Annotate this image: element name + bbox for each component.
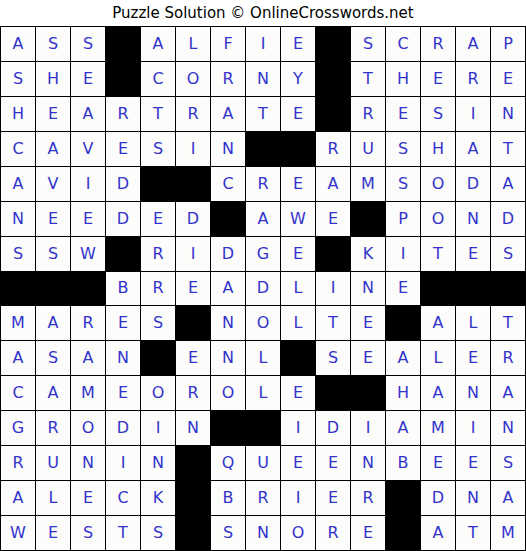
cell-letter: R xyxy=(467,71,478,87)
cell-letter: W xyxy=(80,246,96,262)
letter-cell: R xyxy=(106,97,140,131)
cell-letter: E xyxy=(433,455,443,471)
letter-cell: O xyxy=(281,516,315,550)
letter-cell: O xyxy=(141,376,175,410)
letter-cell: S xyxy=(36,341,70,375)
letter-cell: I xyxy=(176,132,210,166)
letter-cell: A xyxy=(36,132,70,166)
cell-letter: S xyxy=(328,350,338,366)
letter-cell: R xyxy=(316,516,350,550)
letter-cell: W xyxy=(1,516,35,550)
letter-cell: L xyxy=(281,306,315,340)
letter-cell: L xyxy=(281,272,315,306)
cell-letter: N xyxy=(467,211,479,227)
cell-letter: E xyxy=(48,525,58,541)
cell-letter: N xyxy=(362,455,374,471)
cell-letter: O xyxy=(187,71,200,87)
letter-cell: N xyxy=(71,446,105,480)
letter-cell: E xyxy=(456,446,490,480)
letter-cell: E xyxy=(106,132,140,166)
letter-cell: I xyxy=(351,411,385,445)
letter-cell: N xyxy=(211,132,245,166)
letter-cell: C xyxy=(1,376,35,410)
cell-letter: D xyxy=(117,420,129,436)
cell-letter: I xyxy=(296,420,301,436)
letter-cell: O xyxy=(246,306,280,340)
letter-cell: E xyxy=(421,446,455,480)
letter-cell: S xyxy=(36,27,70,61)
black-cell xyxy=(386,481,420,515)
cell-letter: R xyxy=(117,106,128,122)
letter-cell: E xyxy=(106,376,140,410)
letter-cell: L xyxy=(36,481,70,515)
cell-letter: E xyxy=(118,315,128,331)
page-title: Puzzle Solution © OnlineCrosswords.net xyxy=(112,4,413,22)
cell-letter: B xyxy=(118,280,129,296)
cell-letter: R xyxy=(362,490,373,506)
cell-letter: R xyxy=(152,280,163,296)
letter-cell: Q xyxy=(211,446,245,480)
cell-letter: V xyxy=(48,176,59,192)
title-bar: Puzzle Solution © OnlineCrosswords.net xyxy=(0,0,526,26)
cell-letter: L xyxy=(189,36,198,52)
letter-cell: N xyxy=(141,446,175,480)
black-cell xyxy=(211,411,245,445)
letter-cell: N xyxy=(176,411,210,445)
cell-letter: N xyxy=(362,280,374,296)
letter-cell: M xyxy=(491,516,525,550)
cell-letter: L xyxy=(294,315,303,331)
cell-letter: B xyxy=(398,455,409,471)
cell-letter: G xyxy=(257,246,269,262)
letter-cell: E xyxy=(491,62,525,96)
letter-cell: G xyxy=(1,411,35,445)
cell-letter: B xyxy=(223,490,234,506)
letter-cell: M xyxy=(71,376,105,410)
letter-cell: W xyxy=(281,202,315,236)
black-cell xyxy=(491,272,525,306)
cell-letter: T xyxy=(433,246,443,262)
letter-cell: E xyxy=(351,341,385,375)
letter-cell: H xyxy=(386,376,420,410)
letter-cell: M xyxy=(421,411,455,445)
letter-cell: R xyxy=(71,306,105,340)
letter-cell: Y xyxy=(281,62,315,96)
letter-cell: E xyxy=(281,237,315,271)
letter-cell: R xyxy=(246,481,280,515)
letter-cell: A xyxy=(491,481,525,515)
cell-letter: A xyxy=(503,490,514,506)
cell-letter: E xyxy=(468,246,478,262)
cell-letter: E xyxy=(293,36,303,52)
black-cell xyxy=(176,516,210,550)
letter-cell: P xyxy=(491,27,525,61)
letter-cell: S xyxy=(491,446,525,480)
black-cell xyxy=(246,411,280,445)
black-cell xyxy=(316,97,350,131)
cell-letter: E xyxy=(433,71,443,87)
cell-letter: E xyxy=(293,385,303,401)
letter-cell: R xyxy=(36,411,70,445)
letter-cell: A xyxy=(71,97,105,131)
cell-letter: S xyxy=(48,350,58,366)
letter-cell: R xyxy=(176,376,210,410)
black-cell xyxy=(106,237,140,271)
letter-cell: D xyxy=(106,167,140,201)
letter-cell: D xyxy=(106,202,140,236)
letter-cell: E xyxy=(36,516,70,550)
cell-letter: E xyxy=(118,141,128,157)
cell-letter: R xyxy=(327,525,338,541)
cell-letter: A xyxy=(433,315,444,331)
letter-cell: R xyxy=(246,167,280,201)
cell-letter: R xyxy=(432,36,443,52)
cell-letter: A xyxy=(83,350,94,366)
cell-letter: S xyxy=(363,36,373,52)
cell-letter: E xyxy=(328,211,338,227)
cell-letter: D xyxy=(467,176,479,192)
letter-cell: I xyxy=(176,237,210,271)
cell-letter: O xyxy=(222,385,235,401)
cell-letter: W xyxy=(10,525,26,541)
cell-letter: E xyxy=(468,350,478,366)
cell-letter: R xyxy=(47,420,58,436)
cell-letter: C xyxy=(12,385,23,401)
letter-cell: R xyxy=(141,272,175,306)
letter-cell: E xyxy=(281,446,315,480)
black-cell xyxy=(71,272,105,306)
cell-letter: Q xyxy=(222,455,235,471)
cell-letter: H xyxy=(12,106,24,122)
cell-letter: A xyxy=(48,385,59,401)
letter-cell: O xyxy=(176,62,210,96)
cell-letter: P xyxy=(503,36,513,52)
cell-letter: D xyxy=(257,280,269,296)
letter-cell: I xyxy=(281,411,315,445)
cell-letter: E xyxy=(468,455,478,471)
cell-letter: A xyxy=(468,141,479,157)
letter-cell: I xyxy=(386,237,420,271)
letter-cell: C xyxy=(386,27,420,61)
letter-cell: D xyxy=(491,202,525,236)
cell-letter: T xyxy=(118,525,128,541)
letter-cell: L xyxy=(176,27,210,61)
letter-cell: E xyxy=(36,97,70,131)
cell-letter: C xyxy=(222,176,233,192)
cell-letter: E xyxy=(83,71,93,87)
cell-letter: S xyxy=(48,36,58,52)
letter-cell: A xyxy=(246,202,280,236)
black-cell xyxy=(141,341,175,375)
letter-cell: A xyxy=(386,341,420,375)
cell-letter: A xyxy=(13,176,24,192)
cell-letter: S xyxy=(433,106,443,122)
cell-letter: E xyxy=(48,106,58,122)
cell-letter: L xyxy=(259,385,268,401)
cell-letter: S xyxy=(83,525,93,541)
cell-letter: L xyxy=(469,315,478,331)
letter-cell: N xyxy=(456,376,490,410)
letter-cell: N xyxy=(211,306,245,340)
letter-cell: R xyxy=(421,27,455,61)
black-cell xyxy=(1,272,35,306)
letter-cell: N xyxy=(456,481,490,515)
letter-cell: N xyxy=(351,272,385,306)
cell-letter: R xyxy=(187,106,198,122)
black-cell xyxy=(456,272,490,306)
letter-cell: A xyxy=(1,481,35,515)
letter-cell: E xyxy=(106,306,140,340)
cell-letter: I xyxy=(366,420,371,436)
cell-letter: E xyxy=(293,246,303,262)
letter-cell: F xyxy=(211,27,245,61)
black-cell xyxy=(316,376,350,410)
cell-letter: E xyxy=(188,350,198,366)
letter-cell: H xyxy=(36,62,70,96)
letter-cell: E xyxy=(141,202,175,236)
letter-cell: E xyxy=(281,27,315,61)
letter-cell: E xyxy=(71,481,105,515)
letter-cell: S xyxy=(71,27,105,61)
cell-letter: A xyxy=(328,176,339,192)
cell-letter: O xyxy=(292,525,305,541)
letter-cell: E xyxy=(456,341,490,375)
cell-letter: I xyxy=(191,141,196,157)
cell-letter: E xyxy=(188,280,198,296)
cell-letter: K xyxy=(363,246,374,262)
letter-cell: E xyxy=(71,62,105,96)
cell-letter: R xyxy=(257,176,268,192)
cell-letter: N xyxy=(152,455,164,471)
cell-letter: A xyxy=(433,385,444,401)
cell-letter: R xyxy=(82,315,93,331)
letter-cell: D xyxy=(316,411,350,445)
cell-letter: P xyxy=(398,211,408,227)
black-cell xyxy=(36,272,70,306)
cell-letter: H xyxy=(397,385,409,401)
cell-letter: R xyxy=(257,490,268,506)
cell-letter: S xyxy=(48,246,58,262)
letter-cell: E xyxy=(316,446,350,480)
cell-letter: A xyxy=(13,490,24,506)
crossword-solution-page: Puzzle Solution © OnlineCrosswords.net A… xyxy=(0,0,526,551)
cell-letter: A xyxy=(48,315,59,331)
letter-cell: M xyxy=(1,306,35,340)
letter-cell: S xyxy=(351,27,385,61)
letter-cell: L xyxy=(421,341,455,375)
cell-letter: U xyxy=(47,455,59,471)
letter-cell: O xyxy=(211,376,245,410)
letter-cell: H xyxy=(386,62,420,96)
letter-cell: N xyxy=(456,202,490,236)
letter-cell: T xyxy=(421,237,455,271)
black-cell xyxy=(351,202,385,236)
letter-cell: A xyxy=(491,167,525,201)
black-cell xyxy=(176,306,210,340)
black-cell xyxy=(176,446,210,480)
letter-cell: T xyxy=(491,306,525,340)
letter-cell: N xyxy=(211,341,245,375)
cell-letter: O xyxy=(257,315,270,331)
letter-cell: N xyxy=(246,516,280,550)
black-cell xyxy=(386,306,420,340)
letter-cell: T xyxy=(106,516,140,550)
cell-letter: S xyxy=(503,455,513,471)
cell-letter: R xyxy=(362,106,373,122)
letter-cell: H xyxy=(1,97,35,131)
cell-letter: R xyxy=(327,141,338,157)
letter-cell: T xyxy=(456,516,490,550)
cell-letter: N xyxy=(257,71,269,87)
cell-letter: O xyxy=(432,211,445,227)
cell-letter: U xyxy=(362,141,374,157)
letter-cell: A xyxy=(71,341,105,375)
letter-cell: I xyxy=(106,446,140,480)
cell-letter: M xyxy=(81,385,95,401)
letter-cell: E xyxy=(316,481,350,515)
letter-cell: R xyxy=(141,237,175,271)
cell-letter: N xyxy=(257,525,269,541)
cell-letter: D xyxy=(187,211,199,227)
cell-letter: E xyxy=(398,280,408,296)
letter-cell: R xyxy=(351,97,385,131)
cell-letter: I xyxy=(296,490,301,506)
letter-cell: S xyxy=(71,516,105,550)
cell-letter: D xyxy=(502,211,514,227)
cell-letter: M xyxy=(11,315,25,331)
cell-letter: C xyxy=(12,141,23,157)
cell-letter: I xyxy=(156,420,161,436)
letter-cell: D xyxy=(421,481,455,515)
cell-letter: R xyxy=(152,246,163,262)
letter-cell: R xyxy=(456,62,490,96)
cell-letter: D xyxy=(327,420,339,436)
black-cell xyxy=(141,167,175,201)
letter-cell: S xyxy=(1,62,35,96)
cell-letter: F xyxy=(223,36,232,52)
cell-letter: T xyxy=(328,315,338,331)
cell-letter: A xyxy=(258,211,269,227)
letter-cell: A xyxy=(36,306,70,340)
letter-cell: S xyxy=(211,516,245,550)
letter-cell: V xyxy=(71,132,105,166)
cell-letter: A xyxy=(468,36,479,52)
cell-letter: N xyxy=(222,315,234,331)
black-cell xyxy=(421,272,455,306)
letter-cell: T xyxy=(351,62,385,96)
letter-cell: E xyxy=(176,272,210,306)
letter-cell: A xyxy=(211,97,245,131)
letter-cell: C xyxy=(1,132,35,166)
cell-letter: I xyxy=(86,176,91,192)
letter-cell: T xyxy=(491,132,525,166)
letter-cell: R xyxy=(1,446,35,480)
cell-letter: T xyxy=(503,315,513,331)
letter-cell: A xyxy=(491,376,525,410)
letter-cell: S xyxy=(316,341,350,375)
letter-cell: W xyxy=(71,237,105,271)
letter-cell: K xyxy=(351,237,385,271)
letter-cell: L xyxy=(456,306,490,340)
cell-letter: D xyxy=(117,211,129,227)
letter-cell: E xyxy=(351,516,385,550)
letter-cell: A xyxy=(1,341,35,375)
black-cell xyxy=(176,167,210,201)
black-cell xyxy=(106,62,140,96)
letter-cell: U xyxy=(36,446,70,480)
letter-cell: C xyxy=(106,481,140,515)
letter-cell: A xyxy=(456,132,490,166)
cell-letter: O xyxy=(152,385,165,401)
letter-cell: A xyxy=(1,27,35,61)
cell-letter: A xyxy=(398,420,409,436)
cell-letter: N xyxy=(502,420,514,436)
letter-cell: S xyxy=(141,516,175,550)
cell-letter: T xyxy=(503,141,513,157)
cell-letter: O xyxy=(432,176,445,192)
cell-letter: E xyxy=(503,71,513,87)
cell-letter: N xyxy=(12,211,24,227)
cell-letter: I xyxy=(121,455,126,471)
letter-cell: I xyxy=(246,27,280,61)
letter-cell: D xyxy=(211,237,245,271)
letter-cell: R xyxy=(211,62,245,96)
cell-letter: I xyxy=(331,280,336,296)
letter-cell: A xyxy=(421,516,455,550)
letter-cell: S xyxy=(491,237,525,271)
cell-letter: N xyxy=(222,350,234,366)
cell-letter: W xyxy=(290,211,306,227)
cell-letter: I xyxy=(401,246,406,262)
letter-cell: U xyxy=(351,132,385,166)
letter-cell: E xyxy=(281,167,315,201)
letter-cell: D xyxy=(106,411,140,445)
letter-cell: G xyxy=(246,237,280,271)
cell-letter: L xyxy=(259,350,268,366)
letter-cell: H xyxy=(421,132,455,166)
letter-cell: L xyxy=(246,341,280,375)
letter-cell: S xyxy=(386,167,420,201)
cell-letter: E xyxy=(118,385,128,401)
cell-letter: N xyxy=(82,455,94,471)
cell-letter: S xyxy=(153,315,163,331)
cell-letter: E xyxy=(293,106,303,122)
cell-letter: A xyxy=(153,36,164,52)
letter-cell: S xyxy=(141,306,175,340)
cell-letter: I xyxy=(191,246,196,262)
black-cell xyxy=(316,237,350,271)
cell-letter: Y xyxy=(293,71,303,87)
cell-letter: E xyxy=(363,350,373,366)
letter-cell: A xyxy=(36,376,70,410)
cell-letter: L xyxy=(49,490,58,506)
letter-cell: I xyxy=(71,167,105,201)
cell-letter: D xyxy=(117,176,129,192)
cell-letter: T xyxy=(258,106,268,122)
letter-cell: A xyxy=(456,27,490,61)
cell-letter: E xyxy=(48,211,58,227)
letter-cell: V xyxy=(36,167,70,201)
letter-cell: A xyxy=(316,167,350,201)
letter-cell: A xyxy=(141,27,175,61)
cell-letter: I xyxy=(471,106,476,122)
cell-letter: A xyxy=(48,141,59,157)
letter-cell: A xyxy=(421,376,455,410)
letter-cell: O xyxy=(421,167,455,201)
letter-cell: E xyxy=(386,97,420,131)
letter-cell: R xyxy=(316,132,350,166)
cell-letter: R xyxy=(222,71,233,87)
